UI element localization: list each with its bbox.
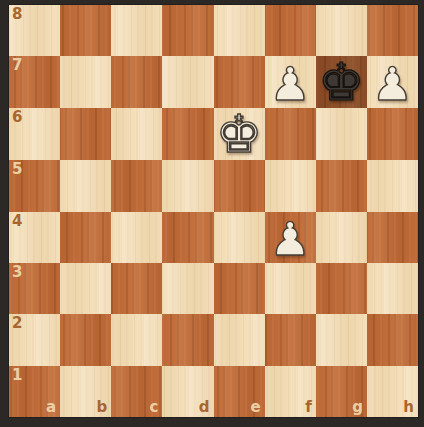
- square-f4[interactable]: ♟: [265, 212, 316, 263]
- square-f6[interactable]: [265, 108, 316, 160]
- square-e6[interactable]: ♚: [214, 108, 265, 160]
- square-f1[interactable]: f: [265, 366, 316, 417]
- square-a7[interactable]: 7: [9, 56, 60, 108]
- rank-label-1: 1: [12, 368, 22, 383]
- rank-label-6: 6: [12, 110, 22, 125]
- square-d4[interactable]: [162, 212, 213, 263]
- file-label-e: e: [250, 400, 260, 415]
- square-a3[interactable]: 3: [9, 263, 60, 314]
- rank-label-3: 3: [12, 265, 22, 280]
- square-c2[interactable]: [111, 314, 162, 365]
- square-e5[interactable]: [214, 160, 265, 211]
- square-c4[interactable]: [111, 212, 162, 263]
- square-e7[interactable]: [214, 56, 265, 108]
- square-g7[interactable]: ♚: [316, 56, 367, 108]
- black-king[interactable]: ♚: [316, 56, 367, 108]
- square-a5[interactable]: 5: [9, 160, 60, 211]
- white-pawn[interactable]: ♟: [265, 212, 316, 265]
- square-g3[interactable]: [316, 263, 367, 314]
- white-pawn[interactable]: ♟: [367, 56, 418, 110]
- square-b1[interactable]: b: [60, 366, 111, 417]
- square-g8[interactable]: [316, 5, 367, 56]
- file-label-a: a: [46, 400, 56, 415]
- chess-board: 87♟♚♟6♚54♟321abcdefgh: [9, 5, 418, 417]
- square-a2[interactable]: 2: [9, 314, 60, 365]
- square-a6[interactable]: 6: [9, 108, 60, 160]
- square-c5[interactable]: [111, 160, 162, 211]
- file-label-g: g: [352, 400, 363, 415]
- square-e4[interactable]: [214, 212, 265, 263]
- square-b8[interactable]: [60, 5, 111, 56]
- square-f8[interactable]: [265, 5, 316, 56]
- rank-label-4: 4: [12, 214, 22, 229]
- square-e2[interactable]: [214, 314, 265, 365]
- square-e8[interactable]: [214, 5, 265, 56]
- white-pawn[interactable]: ♟: [265, 56, 316, 110]
- square-b3[interactable]: [60, 263, 111, 314]
- square-h3[interactable]: [367, 263, 418, 314]
- square-c6[interactable]: [111, 108, 162, 160]
- square-b5[interactable]: [60, 160, 111, 211]
- square-c8[interactable]: [111, 5, 162, 56]
- square-c1[interactable]: c: [111, 366, 162, 417]
- file-label-h: h: [403, 400, 414, 415]
- square-f3[interactable]: [265, 263, 316, 314]
- square-f5[interactable]: [265, 160, 316, 211]
- square-f7[interactable]: ♟: [265, 56, 316, 108]
- square-g5[interactable]: [316, 160, 367, 211]
- square-a1[interactable]: 1a: [9, 366, 60, 417]
- rank-label-8: 8: [12, 7, 22, 22]
- square-d1[interactable]: d: [162, 366, 213, 417]
- square-h6[interactable]: [367, 108, 418, 160]
- square-b2[interactable]: [60, 314, 111, 365]
- square-a4[interactable]: 4: [9, 212, 60, 263]
- square-d6[interactable]: [162, 108, 213, 160]
- square-b4[interactable]: [60, 212, 111, 263]
- rank-label-5: 5: [12, 162, 22, 177]
- white-king[interactable]: ♚: [214, 108, 265, 160]
- rank-label-7: 7: [12, 58, 22, 73]
- square-d7[interactable]: [162, 56, 213, 108]
- square-h7[interactable]: ♟: [367, 56, 418, 108]
- file-label-b: b: [97, 400, 108, 415]
- rank-label-2: 2: [12, 316, 22, 331]
- square-d2[interactable]: [162, 314, 213, 365]
- square-g4[interactable]: [316, 212, 367, 263]
- square-c7[interactable]: [111, 56, 162, 108]
- square-a8[interactable]: 8: [9, 5, 60, 56]
- square-c3[interactable]: [111, 263, 162, 314]
- file-label-c: c: [149, 400, 158, 415]
- square-f2[interactable]: [265, 314, 316, 365]
- file-label-d: d: [199, 400, 210, 415]
- file-label-f: f: [305, 400, 312, 415]
- square-g6[interactable]: [316, 108, 367, 160]
- square-h4[interactable]: [367, 212, 418, 263]
- square-g1[interactable]: g: [316, 366, 367, 417]
- square-d5[interactable]: [162, 160, 213, 211]
- square-d8[interactable]: [162, 5, 213, 56]
- square-h2[interactable]: [367, 314, 418, 365]
- square-b6[interactable]: [60, 108, 111, 160]
- square-b7[interactable]: [60, 56, 111, 108]
- square-e3[interactable]: [214, 263, 265, 314]
- square-d3[interactable]: [162, 263, 213, 314]
- square-e1[interactable]: e: [214, 366, 265, 417]
- square-h1[interactable]: h: [367, 366, 418, 417]
- square-h5[interactable]: [367, 160, 418, 211]
- square-h8[interactable]: [367, 5, 418, 56]
- square-g2[interactable]: [316, 314, 367, 365]
- board-frame: 87♟♚♟6♚54♟321abcdefgh: [0, 0, 424, 427]
